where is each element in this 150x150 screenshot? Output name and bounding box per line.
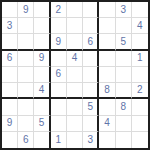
cell-r4c5[interactable]: 4 — [67, 51, 83, 67]
cell-r9c6[interactable]: 3 — [83, 132, 99, 148]
cell-r5c4[interactable]: 6 — [51, 67, 67, 83]
cell-r8c9[interactable] — [132, 116, 148, 132]
cell-r3c6[interactable]: 6 — [83, 34, 99, 50]
cell-r1c4[interactable]: 2 — [51, 2, 67, 18]
cell-r8c8[interactable] — [116, 116, 132, 132]
cell-r1c2[interactable]: 9 — [18, 2, 34, 18]
cell-r6c5[interactable] — [67, 83, 83, 99]
cell-r7c4[interactable] — [51, 99, 67, 115]
cell-r1c8[interactable]: 3 — [116, 2, 132, 18]
cell-r9c4[interactable]: 1 — [51, 132, 67, 148]
cell-r7c9[interactable] — [132, 99, 148, 115]
cell-r4c4[interactable] — [51, 51, 67, 67]
cell-r5c9[interactable] — [132, 67, 148, 83]
cell-r5c5[interactable] — [67, 67, 83, 83]
cell-r5c6[interactable] — [83, 67, 99, 83]
cell-r4c7[interactable] — [99, 51, 115, 67]
cell-r7c2[interactable] — [18, 99, 34, 115]
sudoku-puzzle: 923349656941648258954613 — [0, 0, 150, 150]
cell-r3c1[interactable] — [2, 34, 18, 50]
cell-r7c6[interactable]: 5 — [83, 99, 99, 115]
cell-r9c7[interactable] — [99, 132, 115, 148]
cell-r7c3[interactable] — [34, 99, 50, 115]
cell-r6c2[interactable] — [18, 83, 34, 99]
cell-r9c9[interactable] — [132, 132, 148, 148]
cell-r8c5[interactable] — [67, 116, 83, 132]
cell-r2c1[interactable]: 3 — [2, 18, 18, 34]
cell-r9c5[interactable] — [67, 132, 83, 148]
cell-r5c1[interactable] — [2, 67, 18, 83]
cell-r3c3[interactable] — [34, 34, 50, 50]
cell-r3c9[interactable] — [132, 34, 148, 50]
cell-r4c9[interactable]: 1 — [132, 51, 148, 67]
cell-r2c9[interactable]: 4 — [132, 18, 148, 34]
cell-r3c8[interactable]: 5 — [116, 34, 132, 50]
cell-r1c5[interactable] — [67, 2, 83, 18]
cell-r9c3[interactable] — [34, 132, 50, 148]
cell-r6c9[interactable]: 2 — [132, 83, 148, 99]
cell-r2c8[interactable] — [116, 18, 132, 34]
cell-r3c7[interactable] — [99, 34, 115, 50]
cell-r4c2[interactable] — [18, 51, 34, 67]
cell-r2c2[interactable] — [18, 18, 34, 34]
cell-r8c7[interactable]: 4 — [99, 116, 115, 132]
cell-r6c1[interactable] — [2, 83, 18, 99]
cell-r2c7[interactable] — [99, 18, 115, 34]
cell-r5c2[interactable] — [18, 67, 34, 83]
cell-r8c4[interactable] — [51, 116, 67, 132]
cell-r7c7[interactable] — [99, 99, 115, 115]
cell-r6c4[interactable] — [51, 83, 67, 99]
cell-r4c6[interactable] — [83, 51, 99, 67]
cell-r3c2[interactable] — [18, 34, 34, 50]
cell-r8c6[interactable] — [83, 116, 99, 132]
sudoku-board: 923349656941648258954613 — [0, 0, 150, 150]
cell-r2c5[interactable] — [67, 18, 83, 34]
cell-r7c8[interactable]: 8 — [116, 99, 132, 115]
cell-r1c6[interactable] — [83, 2, 99, 18]
cell-r1c3[interactable] — [34, 2, 50, 18]
cell-r6c6[interactable] — [83, 83, 99, 99]
cell-r4c3[interactable]: 9 — [34, 51, 50, 67]
cell-r4c8[interactable] — [116, 51, 132, 67]
cell-r8c1[interactable]: 9 — [2, 116, 18, 132]
cell-r1c9[interactable] — [132, 2, 148, 18]
cell-r9c1[interactable] — [2, 132, 18, 148]
cell-r8c3[interactable]: 5 — [34, 116, 50, 132]
cell-r2c4[interactable] — [51, 18, 67, 34]
cell-r4c1[interactable]: 6 — [2, 51, 18, 67]
cell-r8c2[interactable] — [18, 116, 34, 132]
cell-r9c2[interactable]: 6 — [18, 132, 34, 148]
cell-r3c5[interactable] — [67, 34, 83, 50]
cell-r5c7[interactable] — [99, 67, 115, 83]
cell-r5c8[interactable] — [116, 67, 132, 83]
cell-r5c3[interactable] — [34, 67, 50, 83]
cell-r1c7[interactable] — [99, 2, 115, 18]
cell-r6c7[interactable]: 8 — [99, 83, 115, 99]
cell-r2c3[interactable] — [34, 18, 50, 34]
cell-r3c4[interactable]: 9 — [51, 34, 67, 50]
cell-r7c5[interactable] — [67, 99, 83, 115]
cell-r2c6[interactable] — [83, 18, 99, 34]
cell-r7c1[interactable] — [2, 99, 18, 115]
cell-r9c8[interactable] — [116, 132, 132, 148]
cell-r6c3[interactable]: 4 — [34, 83, 50, 99]
cell-r6c8[interactable] — [116, 83, 132, 99]
cell-r1c1[interactable] — [2, 2, 18, 18]
